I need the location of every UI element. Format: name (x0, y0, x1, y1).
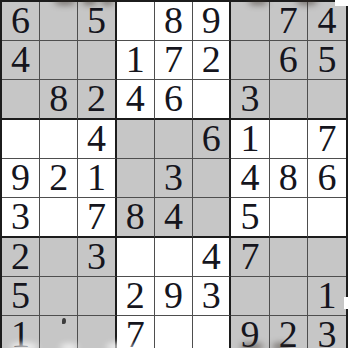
cell-r1c2[interactable] (40, 2, 78, 41)
cell-r6c1[interactable]: 3 (2, 198, 40, 238)
given-digit: 7 (317, 119, 336, 157)
given-digit: 5 (87, 1, 106, 39)
given-digit: 3 (317, 315, 336, 348)
cell-r1c8[interactable]: 7 (270, 2, 308, 41)
cell-r4c1[interactable] (2, 120, 40, 159)
given-digit: 7 (87, 197, 106, 235)
cell-r1c5[interactable]: 8 (155, 2, 193, 41)
cell-r1c1[interactable]: 6 (2, 2, 40, 41)
cell-r9c7[interactable]: 9 (231, 316, 269, 348)
cell-r7c4[interactable] (117, 238, 155, 277)
cell-r5c7[interactable]: 4 (231, 159, 269, 198)
given-digit: 3 (240, 79, 259, 117)
cell-r3c7[interactable]: 3 (231, 80, 269, 120)
cell-r2c7[interactable] (231, 41, 269, 80)
cell-r1c6[interactable]: 9 (193, 2, 231, 41)
cell-r3c4[interactable]: 4 (117, 80, 155, 120)
cell-r9c4[interactable]: 7 (117, 316, 155, 348)
cell-r5c4[interactable] (117, 159, 155, 198)
cell-r6c4[interactable]: 8 (117, 198, 155, 238)
given-digit: 7 (240, 237, 259, 275)
cell-r6c9[interactable] (308, 198, 346, 238)
cell-r8c3[interactable] (78, 277, 116, 316)
cell-r8c8[interactable] (270, 277, 308, 316)
given-digit: 8 (126, 197, 145, 235)
cell-r3c9[interactable] (308, 80, 346, 120)
given-digit: 8 (164, 1, 183, 39)
given-digit: 3 (164, 158, 183, 196)
given-digit: 6 (317, 158, 336, 196)
cell-r6c2[interactable] (40, 198, 78, 238)
given-digit: 6 (11, 1, 30, 39)
cell-r7c7[interactable]: 7 (231, 238, 269, 277)
given-digit: 9 (202, 1, 221, 39)
cell-r8c7[interactable] (231, 277, 269, 316)
given-digit: 6 (164, 79, 183, 117)
cell-r2c5[interactable]: 7 (155, 41, 193, 80)
given-digit: 4 (164, 197, 183, 235)
cell-r5c8[interactable]: 8 (270, 159, 308, 198)
given-digit: 3 (87, 237, 106, 275)
cell-r1c9[interactable]: 4 (308, 2, 346, 41)
given-digit: 2 (11, 237, 30, 275)
cell-r3c8[interactable] (270, 80, 308, 120)
cell-r5c3[interactable]: 1 (78, 159, 116, 198)
given-digit: 4 (202, 237, 221, 275)
given-digit: 5 (11, 276, 30, 314)
given-digit: 9 (164, 276, 183, 314)
cell-r6c6[interactable] (193, 198, 231, 238)
cell-r2c1[interactable]: 4 (2, 41, 40, 80)
cell-r4c2[interactable] (40, 120, 78, 159)
cell-r7c6[interactable]: 4 (193, 238, 231, 277)
given-digit: 2 (49, 158, 68, 196)
given-digit: 2 (126, 276, 145, 314)
cell-r9c1[interactable]: 1 (2, 316, 40, 348)
given-digit: 4 (11, 40, 30, 78)
cell-r7c9[interactable] (308, 238, 346, 277)
cell-r9c8[interactable]: 2 (270, 316, 308, 348)
cell-r4c7[interactable]: 1 (231, 120, 269, 159)
sudoku-board: 6589744172658246346179213486378452347529… (0, 0, 348, 348)
given-digit: 9 (240, 315, 259, 348)
given-digit: 6 (202, 119, 221, 157)
cell-r8c2[interactable] (40, 277, 78, 316)
cell-r4c6[interactable]: 6 (193, 120, 231, 159)
given-digit: 5 (317, 40, 336, 78)
given-digit: 6 (279, 40, 298, 78)
cell-r5c9[interactable]: 6 (308, 159, 346, 198)
cell-r6c5[interactable]: 4 (155, 198, 193, 238)
cell-r1c4[interactable] (117, 2, 155, 41)
cell-r1c3[interactable]: 5 (78, 2, 116, 41)
cell-r7c3[interactable]: 3 (78, 238, 116, 277)
cell-r3c5[interactable]: 6 (155, 80, 193, 120)
cell-r2c8[interactable]: 6 (270, 41, 308, 80)
cell-r4c4[interactable] (117, 120, 155, 159)
cell-r9c3[interactable] (78, 316, 116, 348)
given-digit: 2 (87, 79, 106, 117)
given-digit: 4 (240, 158, 259, 196)
cell-r6c7[interactable]: 5 (231, 198, 269, 238)
cell-r2c9[interactable]: 5 (308, 41, 346, 80)
cell-r8c1[interactable]: 5 (2, 277, 40, 316)
cell-r9c9[interactable]: 3 (308, 316, 346, 348)
cell-r7c5[interactable] (155, 238, 193, 277)
cell-r3c2[interactable]: 8 (40, 80, 78, 120)
cell-r2c4[interactable]: 1 (117, 41, 155, 80)
cell-r7c8[interactable] (270, 238, 308, 277)
cell-r9c5[interactable] (155, 316, 193, 348)
cell-r6c8[interactable] (270, 198, 308, 238)
cell-r3c6[interactable] (193, 80, 231, 120)
given-digit: 1 (11, 315, 30, 348)
given-digit: 4 (126, 79, 145, 117)
cell-r2c6[interactable]: 2 (193, 41, 231, 80)
cell-r8c9[interactable]: 1 (308, 277, 346, 316)
cell-r9c2[interactable] (40, 316, 78, 348)
sudoku-board-wrapper: 6589744172658246346179213486378452347529… (0, 0, 348, 348)
cell-r7c1[interactable]: 2 (2, 238, 40, 277)
cell-r9c6[interactable] (193, 316, 231, 348)
cell-r3c3[interactable]: 2 (78, 80, 116, 120)
given-digit: 5 (240, 197, 259, 235)
given-digit: 2 (279, 315, 298, 348)
given-digit: 7 (126, 315, 145, 348)
cell-r7c2[interactable] (40, 238, 78, 277)
cell-r6c3[interactable]: 7 (78, 198, 116, 238)
cell-r5c5[interactable]: 3 (155, 159, 193, 198)
cell-r8c4[interactable]: 2 (117, 277, 155, 316)
cell-r2c2[interactable] (40, 41, 78, 80)
stray-ink-mark (62, 318, 66, 324)
cell-r5c2[interactable]: 2 (40, 159, 78, 198)
cell-r4c9[interactable]: 7 (308, 120, 346, 159)
cell-r5c1[interactable]: 9 (2, 159, 40, 198)
given-digit: 2 (202, 40, 221, 78)
cell-r4c8[interactable] (270, 120, 308, 159)
cell-r4c5[interactable] (155, 120, 193, 159)
cell-r3c1[interactable] (2, 80, 40, 120)
given-digit: 9 (11, 158, 30, 196)
cell-r8c6[interactable]: 3 (193, 277, 231, 316)
given-digit: 3 (11, 197, 30, 235)
cell-r2c3[interactable] (78, 41, 116, 80)
given-digit: 1 (240, 119, 259, 157)
given-digit: 3 (202, 276, 221, 314)
given-digit: 4 (87, 119, 106, 157)
given-digit: 1 (317, 276, 336, 314)
cell-r1c7[interactable] (231, 2, 269, 41)
given-digit: 4 (317, 1, 336, 39)
cell-r4c3[interactable]: 4 (78, 120, 116, 159)
given-digit: 8 (279, 158, 298, 196)
given-digit: 7 (164, 40, 183, 78)
given-digit: 8 (49, 79, 68, 117)
given-digit: 7 (279, 1, 298, 39)
given-digit: 1 (126, 40, 145, 78)
given-digit: 1 (87, 158, 106, 196)
cell-r8c5[interactable]: 9 (155, 277, 193, 316)
cell-r5c6[interactable] (193, 159, 231, 198)
